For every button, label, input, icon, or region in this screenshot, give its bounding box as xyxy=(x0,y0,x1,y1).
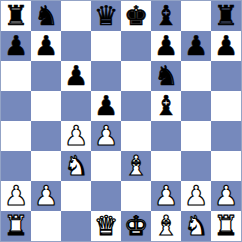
square-e5[interactable] xyxy=(121,91,151,121)
piece-white-rook[interactable]: ♜ xyxy=(214,212,238,239)
piece-black-pawn[interactable]: ♟ xyxy=(154,32,178,59)
square-c1[interactable] xyxy=(61,211,91,241)
piece-white-pawn[interactable]: ♟ xyxy=(4,182,28,209)
square-h1[interactable]: ♜ xyxy=(211,211,241,241)
square-h4[interactable] xyxy=(211,121,241,151)
chess-board: ♜♞♛♚♝♜♟♟♟♟♟♟♞♟♝♟♟♞♝♟♟♟♟♟♜♛♚♝♞♜ xyxy=(0,0,242,242)
square-b1[interactable] xyxy=(31,211,61,241)
square-a8[interactable]: ♜ xyxy=(1,1,31,31)
square-c3[interactable]: ♞ xyxy=(61,151,91,181)
square-a1[interactable]: ♜ xyxy=(1,211,31,241)
square-h6[interactable] xyxy=(211,61,241,91)
square-e1[interactable]: ♚ xyxy=(121,211,151,241)
square-h2[interactable]: ♟ xyxy=(211,181,241,211)
square-d3[interactable] xyxy=(91,151,121,181)
piece-black-pawn[interactable]: ♟ xyxy=(214,32,238,59)
square-b5[interactable] xyxy=(31,91,61,121)
piece-white-rook[interactable]: ♜ xyxy=(4,212,28,239)
piece-white-pawn[interactable]: ♟ xyxy=(64,122,88,149)
piece-white-knight[interactable]: ♞ xyxy=(184,212,208,239)
square-d2[interactable] xyxy=(91,181,121,211)
piece-white-queen[interactable]: ♛ xyxy=(94,212,118,239)
square-h7[interactable]: ♟ xyxy=(211,31,241,61)
piece-black-rook[interactable]: ♜ xyxy=(4,2,28,29)
square-e6[interactable] xyxy=(121,61,151,91)
piece-black-pawn[interactable]: ♟ xyxy=(64,62,88,89)
square-d4[interactable]: ♟ xyxy=(91,121,121,151)
piece-white-king[interactable]: ♚ xyxy=(124,212,148,239)
square-b7[interactable]: ♟ xyxy=(31,31,61,61)
piece-black-knight[interactable]: ♞ xyxy=(154,62,178,89)
square-b4[interactable] xyxy=(31,121,61,151)
square-h8[interactable]: ♜ xyxy=(211,1,241,31)
square-b3[interactable] xyxy=(31,151,61,181)
piece-black-pawn[interactable]: ♟ xyxy=(184,32,208,59)
piece-white-pawn[interactable]: ♟ xyxy=(94,122,118,149)
square-d1[interactable]: ♛ xyxy=(91,211,121,241)
piece-white-bishop[interactable]: ♝ xyxy=(154,212,178,239)
square-g8[interactable] xyxy=(181,1,211,31)
square-g5[interactable] xyxy=(181,91,211,121)
square-b2[interactable]: ♟ xyxy=(31,181,61,211)
piece-white-pawn[interactable]: ♟ xyxy=(214,182,238,209)
square-e4[interactable] xyxy=(121,121,151,151)
square-d5[interactable]: ♟ xyxy=(91,91,121,121)
square-a6[interactable] xyxy=(1,61,31,91)
piece-black-bishop[interactable]: ♝ xyxy=(154,92,178,119)
square-c5[interactable] xyxy=(61,91,91,121)
piece-black-bishop[interactable]: ♝ xyxy=(154,2,178,29)
piece-black-pawn[interactable]: ♟ xyxy=(4,32,28,59)
square-a3[interactable] xyxy=(1,151,31,181)
square-g3[interactable] xyxy=(181,151,211,181)
square-c2[interactable] xyxy=(61,181,91,211)
square-c6[interactable]: ♟ xyxy=(61,61,91,91)
square-c8[interactable] xyxy=(61,1,91,31)
square-f7[interactable]: ♟ xyxy=(151,31,181,61)
square-g6[interactable] xyxy=(181,61,211,91)
piece-black-queen[interactable]: ♛ xyxy=(94,2,118,29)
piece-black-rook[interactable]: ♜ xyxy=(214,2,238,29)
square-g2[interactable]: ♟ xyxy=(181,181,211,211)
piece-white-bishop[interactable]: ♝ xyxy=(124,152,148,179)
square-d6[interactable] xyxy=(91,61,121,91)
square-e7[interactable] xyxy=(121,31,151,61)
square-b8[interactable]: ♞ xyxy=(31,1,61,31)
square-c7[interactable] xyxy=(61,31,91,61)
square-g4[interactable] xyxy=(181,121,211,151)
square-c4[interactable]: ♟ xyxy=(61,121,91,151)
square-f6[interactable]: ♞ xyxy=(151,61,181,91)
square-g7[interactable]: ♟ xyxy=(181,31,211,61)
piece-black-pawn[interactable]: ♟ xyxy=(34,32,58,59)
square-f2[interactable]: ♟ xyxy=(151,181,181,211)
square-e8[interactable]: ♚ xyxy=(121,1,151,31)
square-g1[interactable]: ♞ xyxy=(181,211,211,241)
piece-white-pawn[interactable]: ♟ xyxy=(154,182,178,209)
square-a5[interactable] xyxy=(1,91,31,121)
piece-white-pawn[interactable]: ♟ xyxy=(34,182,58,209)
square-h3[interactable] xyxy=(211,151,241,181)
square-a4[interactable] xyxy=(1,121,31,151)
piece-black-pawn[interactable]: ♟ xyxy=(94,92,118,119)
square-d7[interactable] xyxy=(91,31,121,61)
piece-black-knight[interactable]: ♞ xyxy=(34,2,58,29)
square-b6[interactable] xyxy=(31,61,61,91)
square-e3[interactable]: ♝ xyxy=(121,151,151,181)
square-d8[interactable]: ♛ xyxy=(91,1,121,31)
square-f5[interactable]: ♝ xyxy=(151,91,181,121)
square-f4[interactable] xyxy=(151,121,181,151)
square-f1[interactable]: ♝ xyxy=(151,211,181,241)
piece-white-pawn[interactable]: ♟ xyxy=(184,182,208,209)
square-f3[interactable] xyxy=(151,151,181,181)
square-f8[interactable]: ♝ xyxy=(151,1,181,31)
piece-white-knight[interactable]: ♞ xyxy=(64,152,88,179)
square-a2[interactable]: ♟ xyxy=(1,181,31,211)
square-e2[interactable] xyxy=(121,181,151,211)
square-h5[interactable] xyxy=(211,91,241,121)
piece-black-king[interactable]: ♚ xyxy=(124,2,148,29)
square-a7[interactable]: ♟ xyxy=(1,31,31,61)
